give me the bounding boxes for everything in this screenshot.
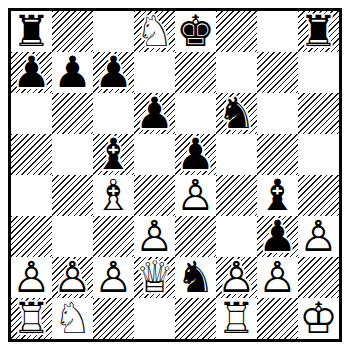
square-b5[interactable] (52, 134, 93, 175)
square-d4[interactable] (134, 175, 175, 216)
black-bishop: ♝♝ (93, 134, 134, 175)
square-f5[interactable] (216, 134, 257, 175)
square-d3[interactable]: ♟♙ (134, 216, 175, 257)
square-a2[interactable]: ♟♙ (11, 257, 52, 298)
square-g6[interactable] (257, 93, 298, 134)
black-pawn: ♟♟ (11, 52, 52, 93)
white-pawn: ♟♙ (93, 257, 134, 298)
square-g2[interactable]: ♟♙ (257, 257, 298, 298)
white-bishop: ♝♗ (93, 175, 134, 216)
square-c3[interactable] (93, 216, 134, 257)
square-a4[interactable] (11, 175, 52, 216)
square-f2[interactable]: ♟♙ (216, 257, 257, 298)
square-h5[interactable] (298, 134, 339, 175)
chess-board: ♜♜♞♘♚♚♜♜♟♟♟♟♟♟♟♟♞♞♝♝♟♟♝♗♟♙♝♝♟♙♟♟♟♙♟♙♟♙♟♙… (8, 8, 342, 342)
black-pawn: ♟♟ (52, 52, 93, 93)
square-d1[interactable] (134, 298, 175, 339)
white-pawn: ♟♙ (298, 216, 339, 257)
white-knight: ♞♘ (134, 11, 175, 52)
square-f4[interactable] (216, 175, 257, 216)
square-f7[interactable] (216, 52, 257, 93)
black-rook: ♜♜ (298, 11, 339, 52)
square-g7[interactable] (257, 52, 298, 93)
black-rook: ♜♜ (11, 11, 52, 52)
black-pawn: ♟♟ (93, 52, 134, 93)
square-e1[interactable] (175, 298, 216, 339)
black-knight: ♞♞ (216, 93, 257, 134)
square-a1[interactable]: ♜♖ (11, 298, 52, 339)
square-a5[interactable] (11, 134, 52, 175)
square-c5[interactable]: ♝♝ (93, 134, 134, 175)
square-f1[interactable]: ♜♖ (216, 298, 257, 339)
square-e4[interactable]: ♟♙ (175, 175, 216, 216)
black-king: ♚♚ (175, 11, 216, 52)
square-c4[interactable]: ♝♗ (93, 175, 134, 216)
square-c8[interactable] (93, 11, 134, 52)
square-e6[interactable] (175, 93, 216, 134)
square-d5[interactable] (134, 134, 175, 175)
square-a8[interactable]: ♜♜ (11, 11, 52, 52)
square-a7[interactable]: ♟♟ (11, 52, 52, 93)
square-h3[interactable]: ♟♙ (298, 216, 339, 257)
square-b2[interactable]: ♟♙ (52, 257, 93, 298)
square-b7[interactable]: ♟♟ (52, 52, 93, 93)
white-pawn: ♟♙ (257, 257, 298, 298)
square-h1[interactable]: ♚♔ (298, 298, 339, 339)
black-pawn: ♟♟ (175, 134, 216, 175)
page: ♜♜♞♘♚♚♜♜♟♟♟♟♟♟♟♟♞♞♝♝♟♟♝♗♟♙♝♝♟♙♟♟♟♙♟♙♟♙♟♙… (0, 0, 350, 350)
square-g4[interactable]: ♝♝ (257, 175, 298, 216)
white-pawn: ♟♙ (216, 257, 257, 298)
black-pawn: ♟♟ (257, 216, 298, 257)
square-c2[interactable]: ♟♙ (93, 257, 134, 298)
square-e3[interactable] (175, 216, 216, 257)
square-d6[interactable]: ♟♟ (134, 93, 175, 134)
black-pawn: ♟♟ (134, 93, 175, 134)
square-b1[interactable]: ♞♘ (52, 298, 93, 339)
square-f3[interactable] (216, 216, 257, 257)
square-g8[interactable] (257, 11, 298, 52)
square-e2[interactable]: ♞♞ (175, 257, 216, 298)
square-c6[interactable] (93, 93, 134, 134)
white-knight: ♞♘ (52, 298, 93, 339)
white-pawn: ♟♙ (11, 257, 52, 298)
black-bishop: ♝♝ (257, 175, 298, 216)
square-d2[interactable]: ♛♕ (134, 257, 175, 298)
square-g1[interactable] (257, 298, 298, 339)
square-h4[interactable] (298, 175, 339, 216)
square-h2[interactable] (298, 257, 339, 298)
square-e7[interactable] (175, 52, 216, 93)
square-h8[interactable]: ♜♜ (298, 11, 339, 52)
white-pawn: ♟♙ (52, 257, 93, 298)
white-queen: ♛♕ (134, 257, 175, 298)
square-f8[interactable] (216, 11, 257, 52)
white-king: ♚♔ (298, 298, 339, 339)
square-g3[interactable]: ♟♟ (257, 216, 298, 257)
square-g5[interactable] (257, 134, 298, 175)
square-f6[interactable]: ♞♞ (216, 93, 257, 134)
white-pawn: ♟♙ (175, 175, 216, 216)
white-rook: ♜♖ (216, 298, 257, 339)
square-a3[interactable] (11, 216, 52, 257)
square-a6[interactable] (11, 93, 52, 134)
square-d8[interactable]: ♞♘ (134, 11, 175, 52)
square-b8[interactable] (52, 11, 93, 52)
square-c1[interactable] (93, 298, 134, 339)
white-pawn: ♟♙ (134, 216, 175, 257)
white-rook: ♜♖ (11, 298, 52, 339)
square-b6[interactable] (52, 93, 93, 134)
square-b3[interactable] (52, 216, 93, 257)
square-b4[interactable] (52, 175, 93, 216)
square-c7[interactable]: ♟♟ (93, 52, 134, 93)
square-e8[interactable]: ♚♚ (175, 11, 216, 52)
black-knight: ♞♞ (175, 257, 216, 298)
square-h6[interactable] (298, 93, 339, 134)
square-d7[interactable] (134, 52, 175, 93)
square-e5[interactable]: ♟♟ (175, 134, 216, 175)
square-h7[interactable] (298, 52, 339, 93)
